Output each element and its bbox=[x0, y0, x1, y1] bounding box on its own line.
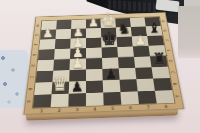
rank-label-H: H bbox=[156, 19, 172, 24]
piece-white-queen[interactable]: ♛ bbox=[51, 75, 69, 95]
square-e3[interactable]: ♟ bbox=[102, 68, 119, 80]
square-c4[interactable]: ♟ bbox=[70, 59, 86, 71]
file-label-8: 8 bbox=[157, 103, 176, 110]
rank-label-G: G bbox=[29, 32, 45, 37]
square-h3[interactable] bbox=[152, 67, 170, 79]
rank-label-G: G bbox=[157, 28, 173, 33]
piece-black-king[interactable]: ♚ bbox=[100, 29, 117, 48]
square-f2[interactable] bbox=[120, 79, 138, 92]
piece-black-pawn[interactable]: ♟ bbox=[105, 67, 118, 81]
square-d2[interactable] bbox=[86, 80, 103, 93]
board-surface: HGFEDCBA HGFEDCBA 12345678 ♟♚♟♟♞♝♟♚♟♟♟♜♟… bbox=[23, 12, 184, 114]
piece-white-pawn[interactable]: ♟ bbox=[135, 34, 147, 47]
square-d4[interactable] bbox=[86, 58, 102, 70]
square-a4[interactable] bbox=[37, 60, 54, 72]
square-g6[interactable]: ♟ bbox=[132, 36, 149, 46]
file-label-6: 6 bbox=[121, 104, 139, 111]
square-e1[interactable] bbox=[103, 92, 121, 105]
square-f6[interactable] bbox=[117, 37, 133, 47]
piece-white-king[interactable]: ♚ bbox=[100, 10, 116, 28]
square-d5[interactable] bbox=[86, 48, 102, 59]
square-d7[interactable] bbox=[86, 28, 101, 38]
chessboard: HGFEDCBA HGFEDCBA 12345678 ♟♚♟♟♞♝♟♚♟♟♟♜♟… bbox=[28, 0, 177, 132]
square-f4[interactable] bbox=[118, 57, 135, 69]
photo-scene: HGFEDCBA HGFEDCBA 12345678 ♟♚♟♟♞♝♟♚♟♟♟♜♟… bbox=[0, 0, 200, 133]
square-d1[interactable] bbox=[86, 93, 104, 106]
rank-label-E: E bbox=[26, 52, 42, 58]
square-g5[interactable] bbox=[133, 46, 150, 57]
file-label-2: 2 bbox=[50, 107, 68, 114]
square-g4[interactable] bbox=[134, 56, 152, 67]
rank-label-F: F bbox=[28, 42, 44, 48]
rank-label-H: H bbox=[30, 23, 45, 28]
square-f7[interactable]: ♞ bbox=[116, 27, 132, 37]
square-b5[interactable] bbox=[54, 49, 70, 60]
square-a1[interactable] bbox=[33, 94, 52, 107]
square-d6[interactable] bbox=[86, 38, 102, 49]
square-e2[interactable] bbox=[103, 80, 121, 93]
gray-cloth-right bbox=[178, 6, 200, 58]
square-c2[interactable]: ♟ bbox=[69, 81, 86, 94]
square-f3[interactable] bbox=[119, 68, 137, 80]
file-label-3: 3 bbox=[68, 106, 86, 113]
piece-black-pawn[interactable]: ♟ bbox=[71, 79, 84, 93]
file-label-5: 5 bbox=[104, 105, 122, 112]
square-g1[interactable] bbox=[138, 91, 157, 104]
file-label-4: 4 bbox=[86, 105, 104, 112]
square-f1[interactable] bbox=[120, 91, 139, 104]
square-h1[interactable] bbox=[155, 90, 174, 103]
piece-white-pawn[interactable]: ♟ bbox=[88, 16, 99, 28]
square-d3[interactable] bbox=[86, 69, 103, 81]
square-e5[interactable] bbox=[102, 47, 118, 58]
file-label-1: 1 bbox=[32, 107, 50, 114]
square-f5[interactable] bbox=[117, 46, 134, 57]
square-h4[interactable]: ♜ bbox=[150, 56, 168, 67]
piece-white-pawn[interactable]: ♟ bbox=[71, 57, 83, 71]
square-c1[interactable] bbox=[68, 93, 86, 106]
square-h2[interactable] bbox=[153, 78, 172, 91]
square-a2[interactable] bbox=[34, 82, 52, 95]
square-b1[interactable] bbox=[51, 94, 69, 107]
piece-black-rook[interactable]: ♜ bbox=[152, 52, 166, 68]
square-g2[interactable] bbox=[136, 79, 155, 92]
square-d8[interactable]: ♟ bbox=[86, 19, 101, 29]
square-b4[interactable] bbox=[53, 59, 70, 71]
board-grid: ♟♚♟♟♞♝♟♚♟♟♟♜♟♛♟ bbox=[33, 17, 174, 108]
square-b2[interactable]: ♛ bbox=[52, 82, 70, 95]
square-e6[interactable]: ♚ bbox=[101, 37, 117, 48]
piece-black-knight[interactable]: ♞ bbox=[117, 23, 130, 38]
square-b6[interactable] bbox=[55, 39, 71, 50]
rank-label-F: F bbox=[159, 37, 175, 43]
square-g3[interactable] bbox=[135, 67, 153, 79]
square-b7[interactable] bbox=[55, 29, 71, 39]
file-label-7: 7 bbox=[139, 103, 158, 110]
